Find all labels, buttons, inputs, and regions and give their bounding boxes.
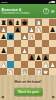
square-f5[interactable] (35, 40, 42, 47)
square-b3[interactable] (7, 54, 14, 61)
square-a4[interactable]: ♟ (0, 47, 7, 54)
square-c2[interactable] (14, 61, 21, 68)
black-king-d8: ♚ (22, 19, 28, 26)
square-e1[interactable] (28, 68, 35, 75)
square-g5[interactable] (42, 40, 49, 47)
square-d3[interactable] (21, 54, 28, 61)
clock-time: 12:07 (1, 1, 7, 4)
white-knight-f7: ♞ (36, 26, 42, 33)
app-bar: Exercise 6 Checkmate in 2 moves ? ⟳ (0, 4, 56, 18)
black-queen-b6: ♛ (8, 33, 14, 40)
white-knight-b1: ♞ (8, 68, 14, 75)
square-c1[interactable] (14, 68, 21, 75)
white-pawn-d6: ♟ (22, 33, 28, 40)
square-b4[interactable] (7, 47, 14, 54)
battery-icon (51, 1, 55, 3)
signal-icon (48, 1, 50, 3)
help-icon[interactable]: ? (43, 8, 49, 14)
black-pawn-a4: ♟ (1, 47, 7, 54)
white-queen-d1: ♛ (22, 68, 28, 75)
prev-arrow-icon[interactable]: ◀ (1, 95, 4, 99)
square-d1[interactable]: ♛ (21, 68, 28, 75)
square-h1[interactable] (49, 68, 56, 75)
app-screen: 12:07 Exercise 6 Checkmate in 2 moves ? … (0, 0, 56, 100)
square-g1[interactable]: ♚ (42, 68, 49, 75)
square-h7[interactable]: ♟ (49, 26, 56, 33)
square-h2[interactable]: ♟ (49, 61, 56, 68)
square-c3[interactable] (14, 54, 21, 61)
square-e5[interactable] (28, 40, 35, 47)
square-c7[interactable]: ♟ (14, 26, 21, 33)
watch-game-button[interactable]: Watch the game (15, 88, 43, 96)
square-d8[interactable]: ♚ (21, 19, 28, 26)
square-e2[interactable] (28, 61, 35, 68)
square-f7[interactable]: ♞ (35, 26, 42, 33)
square-c6[interactable] (14, 33, 21, 40)
black-pawn-h7: ♟ (50, 26, 56, 33)
square-h5[interactable] (49, 40, 56, 47)
square-d4[interactable]: ♟ (21, 47, 28, 54)
square-b1[interactable]: ♞ (7, 68, 14, 75)
square-g7[interactable] (42, 26, 49, 33)
square-c4[interactable] (14, 47, 21, 54)
square-b8[interactable]: ♞ (7, 19, 14, 26)
square-h4[interactable] (49, 47, 56, 54)
status-message: Mate on the board! (0, 81, 56, 85)
chess-board[interactable]: ♜♞♝♚♜♟♟♟♞♟♟♛♟♝♟♟♟♟♟♟♟♟♞♛♜♚ (0, 19, 56, 75)
exercise-subtitle: Checkmate in 2 moves (2, 12, 30, 15)
black-pawn-f3: ♟ (36, 54, 42, 61)
square-a1[interactable] (0, 68, 7, 75)
square-a2[interactable]: ♟ (0, 61, 7, 68)
white-pawn-h2: ♟ (50, 61, 56, 68)
square-d6[interactable]: ♟ (21, 33, 28, 40)
black-knight-b8: ♞ (8, 19, 14, 26)
white-pawn-d4: ♟ (22, 47, 28, 54)
black-pawn-c7: ♟ (15, 26, 21, 33)
square-e6[interactable]: ♝ (28, 33, 35, 40)
square-f3[interactable]: ♟ (35, 54, 42, 61)
square-c5[interactable] (14, 40, 21, 47)
black-pawn-a6: ♟ (1, 33, 7, 40)
black-pawn-e3: ♟ (29, 54, 35, 61)
white-pawn-a2: ♟ (1, 61, 7, 68)
square-g6[interactable] (42, 33, 49, 40)
next-arrow-icon[interactable]: ▶ (52, 95, 55, 99)
white-rook-f1: ♜ (36, 68, 42, 75)
square-e3[interactable]: ♟ (28, 54, 35, 61)
square-g8[interactable] (42, 19, 49, 26)
square-f1[interactable]: ♜ (35, 68, 42, 75)
square-b6[interactable]: ♛ (7, 33, 14, 40)
white-bishop-e6: ♝ (29, 33, 35, 40)
square-b5[interactable] (7, 40, 14, 47)
square-a6[interactable]: ♟ (0, 33, 7, 40)
restart-icon[interactable]: ⟳ (51, 8, 55, 13)
white-king-g1: ♚ (43, 68, 49, 75)
square-f6[interactable] (35, 33, 42, 40)
square-h6[interactable] (49, 33, 56, 40)
